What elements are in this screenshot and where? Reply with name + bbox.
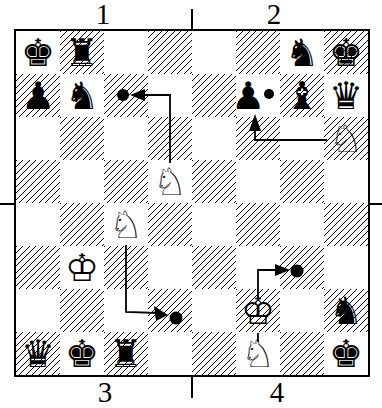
- square: ♛: [324, 74, 368, 117]
- diagram-3-number: 3: [98, 377, 113, 407]
- square: ♜: [60, 31, 104, 74]
- white-knight: ♘: [236, 332, 280, 375]
- diagram-4-number: 4: [270, 377, 285, 407]
- black-king: ♚: [60, 332, 104, 375]
- black-knight: ♞: [324, 289, 368, 332]
- square: ♞: [60, 74, 104, 117]
- square: ♘: [324, 117, 368, 160]
- boards-frame: ♚♜♟♞♘ ♞♚♟♝♛♘ ♘♔♛♚♜ ♔♞♘♚: [14, 29, 370, 377]
- white-king: ♔: [60, 246, 104, 289]
- square: ♛: [16, 332, 60, 375]
- square: ♚: [60, 332, 104, 375]
- black-king: ♚: [16, 31, 60, 74]
- square: ♟: [16, 74, 60, 117]
- square: ♜: [104, 332, 148, 375]
- black-rook: ♜: [60, 31, 104, 74]
- black-pawn: ♟: [16, 74, 60, 117]
- white-king: ♔: [236, 289, 280, 332]
- black-queen: ♛: [16, 332, 60, 375]
- square: ♘: [148, 160, 192, 203]
- square: ♘: [104, 203, 148, 246]
- black-king: ♚: [324, 31, 368, 74]
- square: ♝: [280, 74, 324, 117]
- square: ♚: [324, 332, 368, 375]
- puzzle-sheet: 1 2 3 4 ♚♜♟♞♘ ♞♚♟♝♛♘ ♘♔♛♚♜ ♔♞♘♚: [0, 0, 382, 408]
- black-rook: ♜: [104, 332, 148, 375]
- white-knight: ♘: [104, 203, 148, 246]
- black-queen: ♛: [324, 74, 368, 117]
- black-knight: ♞: [60, 74, 104, 117]
- diagram-1-number: 1: [96, 0, 111, 29]
- white-knight: ♘: [324, 117, 368, 160]
- square: ♞: [280, 31, 324, 74]
- square: ♘: [236, 332, 280, 375]
- black-bishop: ♝: [280, 74, 324, 117]
- diagram-2-number: 2: [267, 0, 282, 29]
- black-pawn: ♟: [226, 74, 270, 117]
- square: ♞: [324, 289, 368, 332]
- square: ♔: [60, 246, 104, 289]
- black-knight: ♞: [280, 31, 324, 74]
- square: ♔: [236, 289, 280, 332]
- black-king: ♚: [324, 332, 368, 375]
- white-knight: ♘: [148, 160, 192, 203]
- square: ♚: [16, 31, 60, 74]
- square: ♚: [324, 31, 368, 74]
